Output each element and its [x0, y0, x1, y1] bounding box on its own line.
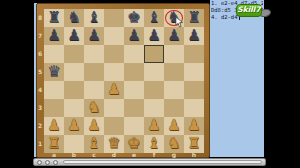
file-label-a: a: [44, 152, 64, 158]
black-pawn: ♟: [124, 27, 144, 45]
square-d6[interactable]: [104, 45, 124, 63]
square-f6[interactable]: [144, 45, 164, 63]
square-h8[interactable]: ♜: [184, 9, 204, 27]
square-c2[interactable]: ♟: [84, 117, 104, 135]
square-a2[interactable]: ♟: [44, 117, 64, 135]
black-bishop: ♝: [84, 9, 104, 27]
file-label-f: f: [144, 152, 164, 158]
square-c8[interactable]: ♝: [84, 9, 104, 27]
square-d2[interactable]: [104, 117, 124, 135]
file-label-b: b: [64, 152, 84, 158]
square-g7[interactable]: ♟: [164, 27, 184, 45]
square-c5[interactable]: [84, 63, 104, 81]
square-c3[interactable]: ♞: [84, 99, 104, 117]
square-f4[interactable]: [144, 81, 164, 99]
square-b4[interactable]: [64, 81, 84, 99]
square-h7[interactable]: ♟: [184, 27, 204, 45]
square-c6[interactable]: [84, 45, 104, 63]
white-pawn: ♟: [184, 117, 204, 135]
square-g2[interactable]: ♟: [164, 117, 184, 135]
square-b6[interactable]: [64, 45, 84, 63]
square-f7[interactable]: ♟: [144, 27, 164, 45]
square-e2[interactable]: [124, 117, 144, 135]
rank-label-1: 1: [36, 135, 44, 153]
skill7-logo: Skill7: [236, 4, 262, 17]
black-king: ♚: [124, 9, 144, 27]
move-list-panel: 1. e2-e4 d7-d5 2. e4:d5 Dd8:d5 3. Sb1-c3…: [210, 0, 264, 157]
square-g3[interactable]: [164, 99, 184, 117]
player-bar-track: [63, 160, 262, 164]
square-b8[interactable]: ♞: [64, 9, 84, 27]
rank-label-5: 5: [36, 63, 44, 81]
square-f2[interactable]: ♟: [144, 117, 164, 135]
black-rook: ♜: [184, 9, 204, 27]
square-a7[interactable]: ♟: [44, 27, 64, 45]
player-bar-button-1[interactable]: [37, 160, 42, 165]
black-knight: ♞: [64, 9, 84, 27]
square-d5[interactable]: [104, 63, 124, 81]
white-pawn: ♟: [104, 81, 124, 99]
square-b2[interactable]: ♟: [64, 117, 84, 135]
black-pawn: ♟: [64, 27, 84, 45]
square-b5[interactable]: [64, 63, 84, 81]
square-d3[interactable]: [104, 99, 124, 117]
square-g8[interactable]: ♞: [164, 9, 184, 27]
square-d7[interactable]: [104, 27, 124, 45]
square-g4[interactable]: [164, 81, 184, 99]
square-e4[interactable]: [124, 81, 144, 99]
black-pawn: ♟: [164, 27, 184, 45]
rank-label-6: 6: [36, 45, 44, 63]
square-g5[interactable]: [164, 63, 184, 81]
square-h2[interactable]: ♟: [184, 117, 204, 135]
square-d4[interactable]: ♟: [104, 81, 124, 99]
square-a5[interactable]: ♛: [44, 63, 64, 81]
file-label-d: d: [104, 152, 124, 158]
square-f3[interactable]: [144, 99, 164, 117]
square-g6[interactable]: [164, 45, 184, 63]
rank-label-8: 8: [36, 9, 44, 27]
black-bishop: ♝: [144, 9, 164, 27]
square-c4[interactable]: [84, 81, 104, 99]
square-f8[interactable]: ♝: [144, 9, 164, 27]
player-control-bar: [33, 158, 266, 166]
black-rook: ♜: [44, 9, 64, 27]
rank-label-4: 4: [36, 81, 44, 99]
square-a8[interactable]: ♜: [44, 9, 64, 27]
square-a4[interactable]: [44, 81, 64, 99]
white-pawn: ♟: [164, 117, 184, 135]
rank-label-2: 2: [36, 117, 44, 135]
square-e7[interactable]: ♟: [124, 27, 144, 45]
rank-labels: 87654321: [36, 9, 44, 153]
video-frame: 87654321 ♜♞♝♚♝♞♜♟♟♟♟♟♟♟♛♟♞♟♟♟♟♟♟♜♝♛♚♝♞♜ …: [0, 0, 300, 168]
board-squares: ♜♞♝♚♝♞♜♟♟♟♟♟♟♟♛♟♞♟♟♟♟♟♟♜♝♛♚♝♞♜: [44, 9, 204, 153]
square-e5[interactable]: [124, 63, 144, 81]
file-label-e: e: [124, 152, 144, 158]
black-pawn: ♟: [144, 27, 164, 45]
square-h6[interactable]: [184, 45, 204, 63]
square-h3[interactable]: [184, 99, 204, 117]
white-pawn: ♟: [64, 117, 84, 135]
hand-cursor-icon: [175, 13, 184, 24]
square-h4[interactable]: [184, 81, 204, 99]
square-e3[interactable]: [124, 99, 144, 117]
square-h5[interactable]: [184, 63, 204, 81]
black-pawn: ♟: [84, 27, 104, 45]
black-pawn: ♟: [184, 27, 204, 45]
square-f5[interactable]: [144, 63, 164, 81]
file-label-g: g: [164, 152, 184, 158]
square-d8[interactable]: [104, 9, 124, 27]
square-c7[interactable]: ♟: [84, 27, 104, 45]
square-e6[interactable]: [124, 45, 144, 63]
rank-label-3: 3: [36, 99, 44, 117]
black-pawn: ♟: [44, 27, 64, 45]
white-pawn: ♟: [84, 117, 104, 135]
square-a3[interactable]: [44, 99, 64, 117]
rank-label-7: 7: [36, 27, 44, 45]
black-queen: ♛: [44, 63, 64, 81]
white-pawn: ♟: [144, 117, 164, 135]
file-labels: abcdefgh: [44, 152, 204, 158]
white-pawn: ♟: [44, 117, 64, 135]
square-e8[interactable]: ♚: [124, 9, 144, 27]
square-b3[interactable]: [64, 99, 84, 117]
file-label-c: c: [84, 152, 104, 158]
player-bar-button-3[interactable]: [53, 160, 58, 165]
white-knight: ♞: [84, 99, 104, 117]
square-b7[interactable]: ♟: [64, 27, 84, 45]
file-label-h: h: [184, 152, 204, 158]
square-a6[interactable]: [44, 45, 64, 63]
player-bar-button-2[interactable]: [45, 160, 50, 165]
